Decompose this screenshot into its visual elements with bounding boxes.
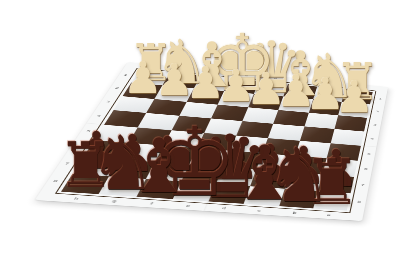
file-label-top-a: a: [358, 86, 361, 88]
rank-label-left-3: 3: [105, 101, 110, 104]
rank-label-right-2: 2: [376, 111, 379, 113]
rank-label-right-3: 3: [373, 124, 377, 127]
chessboard-mat: hh11gg22ff33ee44dd55cc66bb77aa88: [35, 62, 388, 221]
rank-label-left-2: 2: [114, 87, 119, 90]
rank-label-left-7: 7: [64, 163, 70, 166]
rank-label-right-5: 5: [367, 153, 371, 156]
file-label-bottom-b: b: [292, 211, 297, 214]
file-label-bottom-d: d: [221, 207, 226, 210]
rank-label-left-6: 6: [75, 146, 81, 149]
square-c8: [244, 186, 284, 206]
board-grid: [61, 70, 373, 211]
file-label-top-g: g: [185, 69, 189, 71]
file-label-top-b: b: [330, 83, 334, 85]
square-a8: [313, 191, 351, 211]
rank-label-left-1: 1: [123, 74, 128, 76]
file-label-top-d: d: [273, 77, 277, 79]
rank-label-left-5: 5: [86, 130, 91, 133]
rank-label-right-1: 1: [378, 98, 381, 100]
file-label-bottom-g: g: [111, 200, 117, 203]
rank-label-right-7: 7: [361, 184, 365, 187]
file-label-bottom-e: e: [185, 204, 190, 207]
file-label-top-e: e: [244, 75, 248, 77]
rank-label-left-8: 8: [52, 180, 58, 183]
file-label-bottom-a: a: [326, 214, 330, 217]
file-label-top-h: h: [155, 66, 159, 68]
file-label-bottom-c: c: [257, 209, 261, 212]
rank-label-right-8: 8: [357, 201, 361, 204]
square-b8: [279, 189, 318, 209]
file-label-bottom-h: h: [73, 197, 79, 200]
rank-label-right-6: 6: [364, 168, 368, 171]
file-label-bottom-f: f: [150, 202, 154, 205]
rank-label-right-4: 4: [370, 138, 374, 141]
rank-label-left-4: 4: [96, 115, 101, 118]
file-label-top-c: c: [302, 80, 305, 82]
product-photo: hh11gg22ff33ee44dd55cc66bb77aa88 ♜♞♝♛♚♝♞…: [0, 0, 420, 259]
file-label-top-f: f: [216, 72, 219, 74]
